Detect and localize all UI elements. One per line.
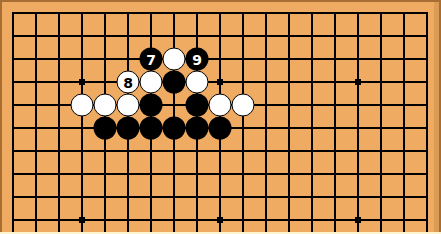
black-stone	[163, 117, 186, 140]
star-point	[79, 217, 85, 223]
black-stone	[140, 117, 163, 140]
white-stone	[209, 94, 232, 117]
star-point	[217, 79, 223, 85]
black-stone	[186, 94, 209, 117]
black-stone	[94, 117, 117, 140]
star-point	[79, 79, 85, 85]
board-edge-top	[0, 0, 441, 2]
white-stone	[186, 71, 209, 94]
white-stone	[232, 94, 255, 117]
star-point	[355, 79, 361, 85]
white-stone	[117, 94, 140, 117]
black-stone	[163, 71, 186, 94]
black-stone-9: 9	[186, 48, 209, 71]
black-stone	[117, 117, 140, 140]
star-point	[355, 217, 361, 223]
white-stone	[163, 48, 186, 71]
white-stone	[71, 94, 94, 117]
page-background-strip	[0, 232, 441, 234]
black-stone-7: 7	[140, 48, 163, 71]
black-stone	[209, 117, 232, 140]
white-stone	[140, 71, 163, 94]
star-point	[217, 217, 223, 223]
white-stone-8: 8	[117, 71, 140, 94]
white-stone	[94, 94, 117, 117]
go-board-diagram: 798	[0, 0, 441, 234]
black-stone	[186, 117, 209, 140]
board-edge-left	[0, 0, 2, 234]
black-stone	[140, 94, 163, 117]
